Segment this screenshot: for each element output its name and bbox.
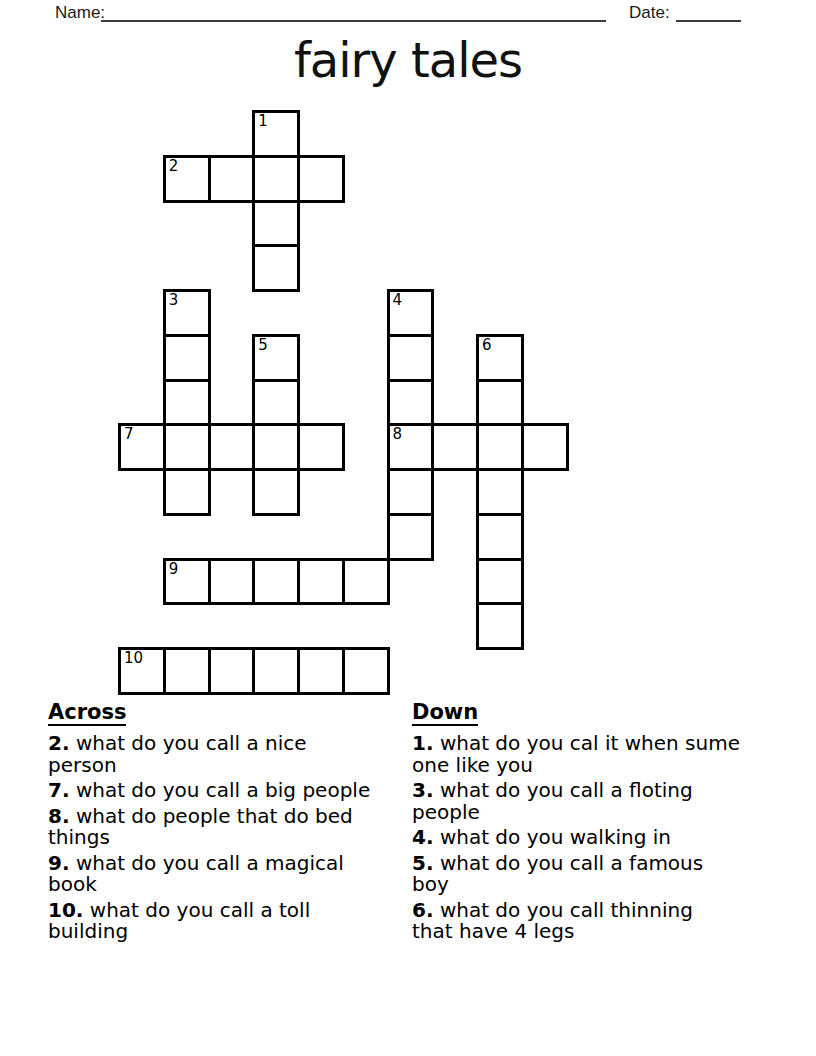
clue-across-7: 7. what do you call a big people	[48, 780, 404, 802]
cell-number: 6	[482, 337, 492, 354]
grid-cell[interactable]	[163, 468, 211, 516]
grid-cell[interactable]: 3	[163, 289, 211, 337]
grid-cell[interactable]	[387, 468, 435, 516]
date-line[interactable]	[676, 0, 741, 22]
grid-cell[interactable]	[476, 513, 524, 561]
grid-cell[interactable]	[163, 334, 211, 382]
clue-number: 10.	[48, 898, 83, 922]
cell-number: 5	[258, 337, 268, 354]
clue-text: what do people that do bed things	[48, 804, 353, 850]
cell-number: 1	[258, 113, 268, 130]
grid-cell[interactable]	[163, 647, 211, 695]
grid-cell[interactable]: 4	[387, 289, 435, 337]
across-heading: Across	[48, 701, 126, 726]
grid-cell[interactable]	[208, 423, 256, 471]
grid-cell[interactable]	[252, 558, 300, 606]
grid-cell[interactable]	[342, 647, 390, 695]
cell-number: 10	[124, 650, 143, 667]
grid-cell[interactable]	[476, 558, 524, 606]
grid-cell[interactable]	[476, 602, 524, 650]
grid-cell[interactable]	[297, 155, 345, 203]
clue-number: 6.	[412, 898, 434, 922]
clue-text: what do you call a floting people	[412, 778, 693, 824]
clue-text: what do you call a toll building	[48, 898, 310, 944]
grid-cell[interactable]	[297, 423, 345, 471]
grid-cell[interactable]	[252, 647, 300, 695]
grid-cell[interactable]	[252, 379, 300, 427]
clue-down-3: 3. what do you call a floting people	[412, 780, 788, 823]
clue-number: 1.	[412, 731, 434, 755]
grid-cell[interactable]	[476, 379, 524, 427]
grid-cell[interactable]	[521, 423, 569, 471]
grid-cell[interactable]	[208, 155, 256, 203]
clue-down-5: 5. what do you call a famous boy	[412, 853, 788, 896]
grid-cell[interactable]: 2	[163, 155, 211, 203]
grid-cell[interactable]: 5	[252, 334, 300, 382]
grid-cell[interactable]	[208, 647, 256, 695]
clue-number: 5.	[412, 851, 434, 875]
clue-text: what do you call a nice person	[48, 731, 307, 777]
grid-cell[interactable]: 10	[118, 647, 166, 695]
grid-cell[interactable]: 7	[118, 423, 166, 471]
worksheet-page: Name: Date: fairy tales 12345678910 Acro…	[0, 0, 816, 1056]
grid-cell[interactable]	[252, 244, 300, 292]
name-line[interactable]	[101, 0, 606, 22]
cell-number: 3	[169, 292, 179, 309]
grid-cell[interactable]	[431, 423, 479, 471]
grid-cell[interactable]	[252, 200, 300, 248]
grid-cell[interactable]	[297, 558, 345, 606]
cell-number: 2	[169, 158, 179, 175]
grid-cell[interactable]: 6	[476, 334, 524, 382]
clue-number: 9.	[48, 851, 70, 875]
grid-cell[interactable]	[208, 558, 256, 606]
cell-number: 7	[124, 426, 134, 443]
grid-cell[interactable]	[476, 423, 524, 471]
down-heading: Down	[412, 701, 478, 726]
clue-text: what do you call thinning that have 4 le…	[412, 898, 693, 944]
clue-text: what do you cal it when sume one like yo…	[412, 731, 740, 777]
clue-down-4: 4. what do you walking in	[412, 827, 788, 849]
clue-number: 4.	[412, 825, 434, 849]
grid-cell[interactable]: 9	[163, 558, 211, 606]
clue-number: 7.	[48, 778, 70, 802]
grid-cell[interactable]	[163, 423, 211, 471]
clue-down-6: 6. what do you call thinning that have 4…	[412, 900, 788, 943]
clue-text: what do you call a magical book	[48, 851, 344, 897]
grid-cell[interactable]: 1	[252, 110, 300, 158]
clue-across-9: 9. what do you call a magical book	[48, 853, 404, 896]
grid-cell[interactable]	[476, 468, 524, 516]
cell-number: 4	[393, 292, 403, 309]
worksheet-title: fairy tales	[0, 32, 816, 88]
grid-cell[interactable]	[342, 558, 390, 606]
grid-cell[interactable]	[252, 423, 300, 471]
grid-cell[interactable]	[252, 468, 300, 516]
grid-cell[interactable]	[252, 155, 300, 203]
name-label: Name:	[55, 4, 105, 21]
clue-number: 8.	[48, 804, 70, 828]
across-clues: Across 2. what do you call a nice person…	[48, 701, 404, 947]
clue-down-1: 1. what do you cal it when sume one like…	[412, 733, 788, 776]
down-clues: Down 1. what do you cal it when sume one…	[412, 701, 788, 947]
cell-number: 8	[393, 426, 403, 443]
clue-number: 3.	[412, 778, 434, 802]
grid-cell[interactable]	[387, 513, 435, 561]
date-label: Date:	[629, 4, 670, 21]
crossword-grid: 12345678910	[118, 110, 569, 695]
cell-number: 9	[169, 561, 179, 578]
grid-cell[interactable]	[163, 379, 211, 427]
grid-cell[interactable]	[387, 379, 435, 427]
clue-text: what do you call a famous boy	[412, 851, 703, 897]
clue-number: 2.	[48, 731, 70, 755]
clue-text: what do you call a big people	[76, 778, 370, 802]
clue-across-10: 10. what do you call a toll building	[48, 900, 404, 943]
grid-cell[interactable]: 8	[387, 423, 435, 471]
clues-section: Across 2. what do you call a nice person…	[48, 701, 788, 947]
clue-text: what do you walking in	[440, 825, 671, 849]
clue-across-8: 8. what do people that do bed things	[48, 806, 404, 849]
grid-cell[interactable]	[387, 334, 435, 382]
grid-cell[interactable]	[297, 647, 345, 695]
clue-across-2: 2. what do you call a nice person	[48, 733, 404, 776]
